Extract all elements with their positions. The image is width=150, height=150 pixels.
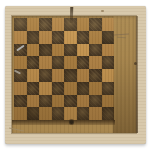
square-r3c1[interactable]	[14, 44, 27, 57]
square-r8c1[interactable]	[14, 107, 27, 120]
square-r6c6[interactable]	[77, 82, 90, 95]
board-margin-right	[113, 16, 138, 133]
square-r1c1[interactable]	[14, 18, 27, 31]
square-r2c2[interactable]	[27, 31, 40, 44]
square-r7c5[interactable]	[64, 95, 77, 108]
square-r5c6[interactable]	[77, 69, 90, 82]
square-r8c2[interactable]	[27, 107, 40, 120]
square-r1c4[interactable]	[52, 18, 65, 31]
square-r5c2[interactable]	[27, 69, 40, 82]
checkerboard	[14, 18, 114, 120]
square-r8c4[interactable]	[52, 107, 65, 120]
square-r4c7[interactable]	[89, 56, 102, 69]
square-r7c2[interactable]	[27, 95, 40, 108]
square-r8c5[interactable]	[64, 107, 77, 120]
square-r5c3[interactable]	[39, 69, 52, 82]
square-r2c1[interactable]	[14, 31, 27, 44]
square-r3c4[interactable]	[52, 44, 65, 57]
wood-blemish	[101, 10, 104, 12]
square-r8c6[interactable]	[77, 107, 90, 120]
square-r6c3[interactable]	[39, 82, 52, 95]
square-r7c7[interactable]	[89, 95, 102, 108]
square-r6c7[interactable]	[89, 82, 102, 95]
square-r1c7[interactable]	[89, 18, 102, 31]
square-r2c6[interactable]	[77, 31, 90, 44]
square-r3c5[interactable]	[64, 44, 77, 57]
square-r3c6[interactable]	[77, 44, 90, 57]
square-r1c6[interactable]	[77, 18, 90, 31]
square-r1c3[interactable]	[39, 18, 52, 31]
square-r4c2[interactable]	[27, 56, 40, 69]
square-r5c7[interactable]	[89, 69, 102, 82]
square-r2c7[interactable]	[89, 31, 102, 44]
square-r3c3[interactable]	[39, 44, 52, 57]
square-r1c5[interactable]	[64, 18, 77, 31]
square-r6c1[interactable]	[14, 82, 27, 95]
square-r5c5[interactable]	[64, 69, 77, 82]
square-r3c2[interactable]	[27, 44, 40, 57]
square-r2c3[interactable]	[39, 31, 52, 44]
board-groove-shadow	[12, 120, 115, 125]
square-r3c7[interactable]	[89, 44, 102, 57]
square-r7c6[interactable]	[77, 95, 90, 108]
square-r7c4[interactable]	[52, 95, 65, 108]
square-r5c1[interactable]	[14, 69, 27, 82]
square-r4c4[interactable]	[52, 56, 65, 69]
square-r1c2[interactable]	[27, 18, 40, 31]
square-r6c5[interactable]	[64, 82, 77, 95]
square-r8c7[interactable]	[89, 107, 102, 120]
square-r4c5[interactable]	[64, 56, 77, 69]
square-r6c4[interactable]	[52, 82, 65, 95]
board-surface	[12, 16, 136, 133]
square-r4c1[interactable]	[14, 56, 27, 69]
square-r4c6[interactable]	[77, 56, 90, 69]
square-r7c3[interactable]	[39, 95, 52, 108]
checkerboard-box-lid	[5, 6, 146, 144]
square-r2c4[interactable]	[52, 31, 65, 44]
square-r6c2[interactable]	[27, 82, 40, 95]
square-r7c1[interactable]	[14, 95, 27, 108]
square-r4c3[interactable]	[39, 56, 52, 69]
square-r8c3[interactable]	[39, 107, 52, 120]
square-r2c5[interactable]	[64, 31, 77, 44]
square-r5c4[interactable]	[52, 69, 65, 82]
